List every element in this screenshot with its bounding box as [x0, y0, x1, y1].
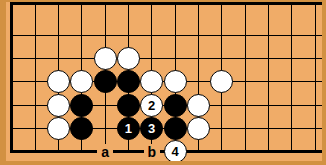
go-diagram: ab2134: [0, 0, 326, 165]
white-stone-move-2: 2: [140, 94, 163, 117]
vertical-line: [10, 2, 13, 153]
white-stone-move-4: 4: [164, 140, 187, 163]
vertical-line: [245, 2, 246, 153]
go-board: ab2134: [0, 0, 326, 165]
vertical-line: [315, 2, 316, 153]
black-stone: [117, 70, 140, 93]
vertical-line: [35, 2, 36, 153]
white-stone: [117, 47, 140, 70]
black-stone: [70, 117, 93, 140]
vertical-line: [291, 2, 292, 153]
point-label-a: a: [97, 144, 113, 159]
white-stone: [140, 70, 163, 93]
white-stone: [94, 47, 117, 70]
black-stone: [117, 94, 140, 117]
white-stone: [187, 94, 210, 117]
white-stone: [164, 70, 187, 93]
white-stone: [210, 70, 233, 93]
black-stone-move-1: 1: [117, 117, 140, 140]
white-stone: [47, 117, 70, 140]
black-stone: [164, 117, 187, 140]
black-stone: [94, 70, 117, 93]
vertical-line: [268, 2, 269, 153]
white-stone: [70, 70, 93, 93]
white-stone: [47, 70, 70, 93]
black-stone: [70, 94, 93, 117]
black-stone: [164, 94, 187, 117]
white-stone: [47, 94, 70, 117]
point-label-b: b: [144, 144, 160, 159]
white-stone: [187, 117, 210, 140]
black-stone-move-3: 3: [140, 117, 163, 140]
